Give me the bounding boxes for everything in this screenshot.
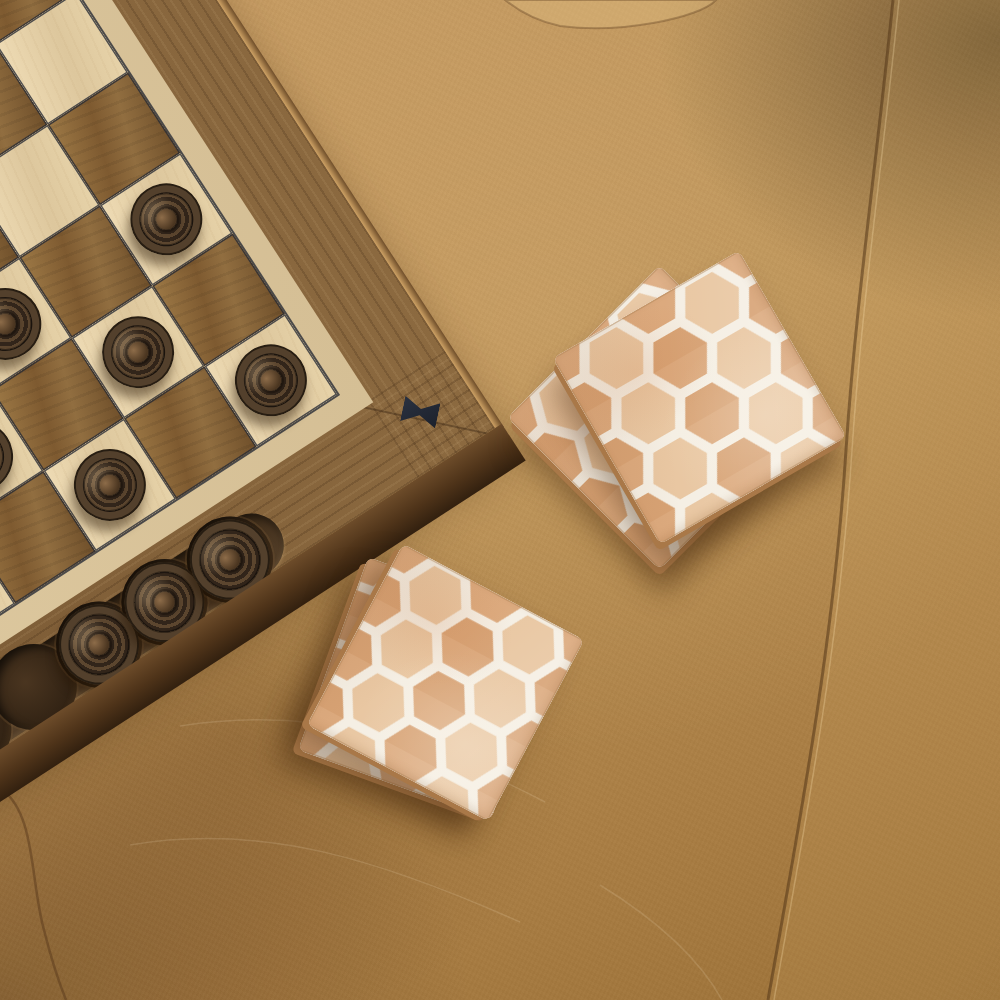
scene bbox=[0, 0, 1000, 1000]
checker-piece-dark[interactable] bbox=[0, 274, 55, 374]
checker-piece-dark[interactable] bbox=[117, 170, 217, 270]
checker-piece-dark[interactable] bbox=[0, 407, 27, 507]
checker-piece-dark[interactable] bbox=[88, 302, 188, 402]
